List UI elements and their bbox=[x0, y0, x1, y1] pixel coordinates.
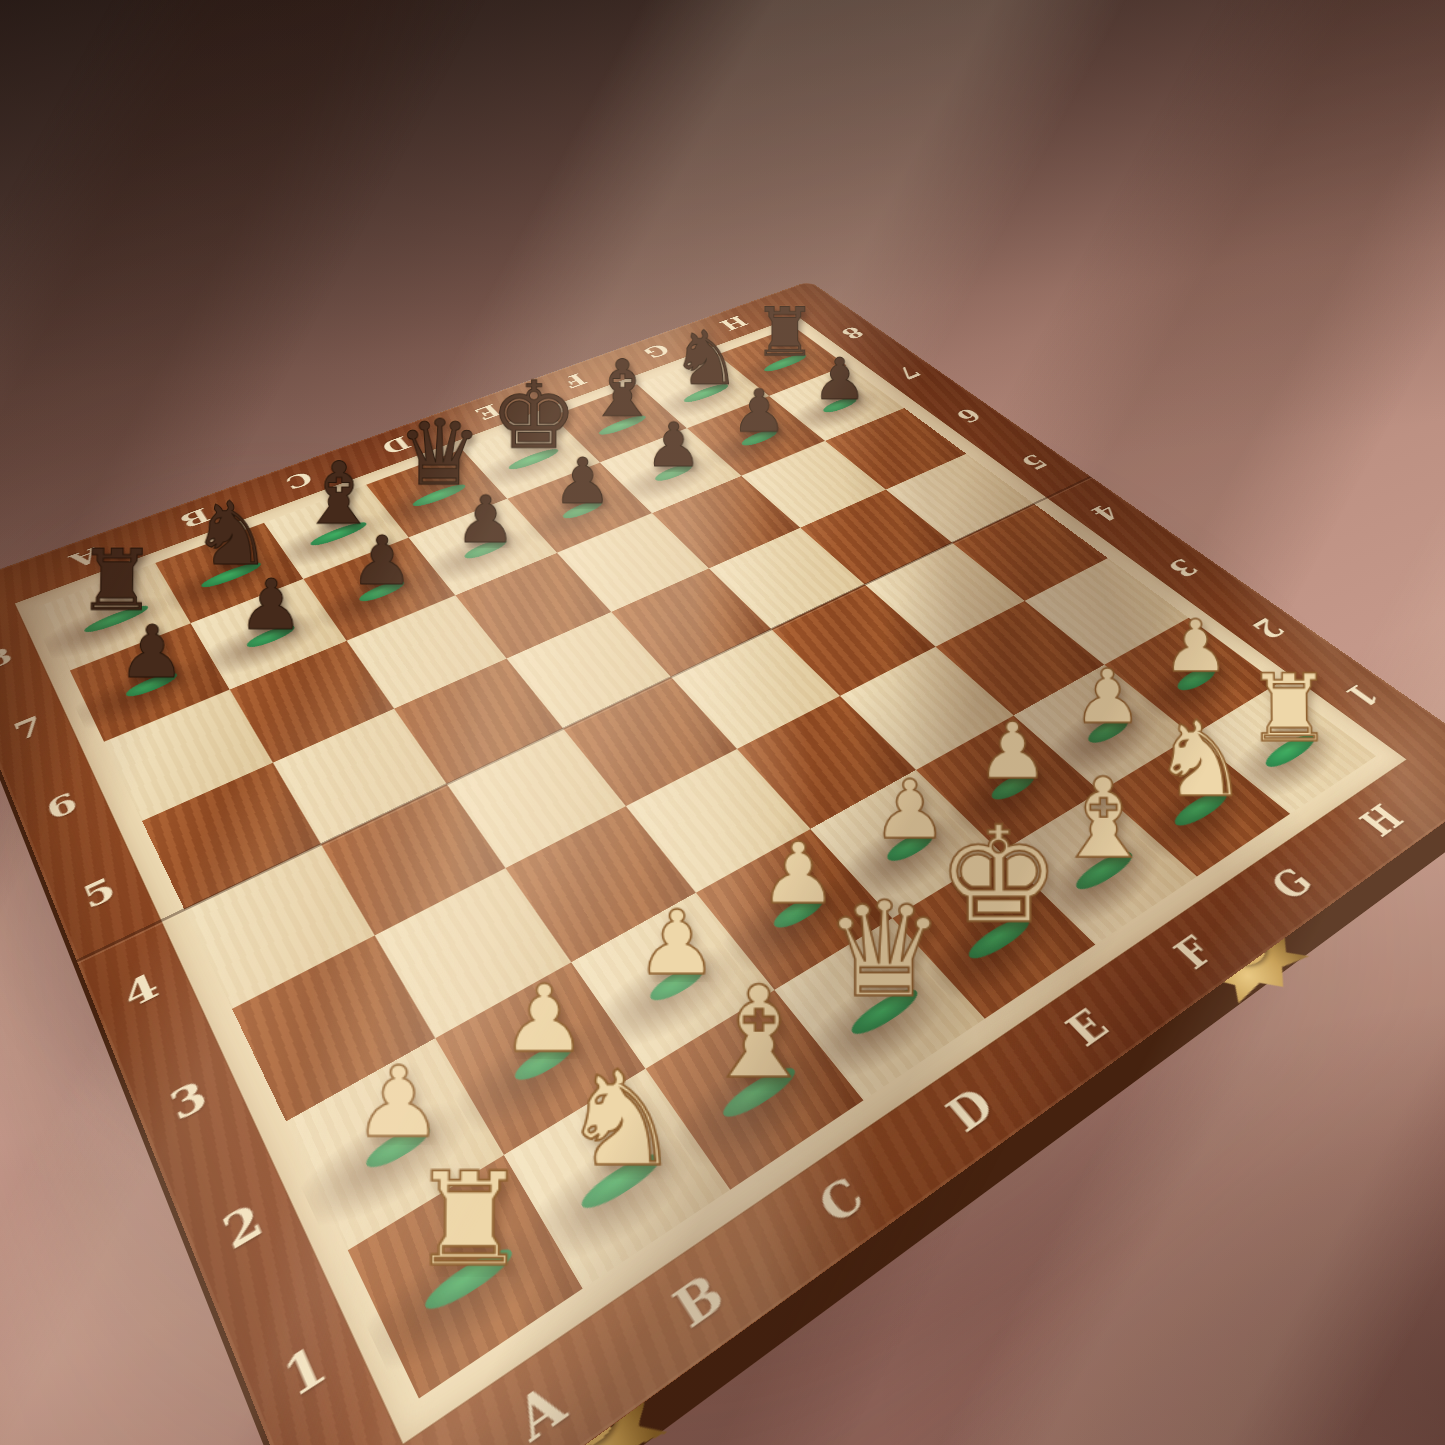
piece-glyph: ♜ bbox=[752, 298, 816, 366]
rank-label-4: 4 bbox=[1046, 476, 1165, 551]
file-labels-far: ABCDEFGH bbox=[18, 299, 785, 596]
square-g4[interactable] bbox=[864, 542, 1024, 646]
piece-glyph: ♟ bbox=[237, 569, 304, 639]
square-h4[interactable] bbox=[952, 503, 1108, 600]
piece-shadow bbox=[193, 598, 339, 684]
square-g8[interactable]: ♞ bbox=[637, 354, 769, 428]
felt-base bbox=[198, 559, 263, 591]
file-label-a: A bbox=[18, 522, 150, 596]
piece-glyph: ♞ bbox=[189, 490, 273, 577]
file-label-f: F bbox=[519, 354, 629, 408]
square-f7[interactable]: ♟ bbox=[600, 428, 741, 513]
piece-glyph: ♟ bbox=[1161, 610, 1229, 682]
piece-glyph: ♟ bbox=[349, 527, 413, 594]
square-b8[interactable]: ♞ bbox=[155, 522, 303, 622]
rank-label-7: 7 bbox=[858, 344, 958, 402]
felt-base bbox=[738, 427, 781, 448]
square-g5[interactable] bbox=[800, 489, 952, 584]
felt-base bbox=[595, 412, 649, 437]
square-h6[interactable] bbox=[825, 408, 966, 490]
felt-base bbox=[819, 395, 860, 415]
square-g6[interactable] bbox=[741, 440, 886, 527]
square-g7[interactable]: ♟ bbox=[687, 396, 825, 476]
piece-shadow bbox=[560, 398, 679, 459]
felt-base bbox=[559, 497, 605, 521]
piece-glyph: ♚ bbox=[936, 808, 1061, 941]
piece-glyph: ♟ bbox=[454, 487, 516, 552]
square-f8[interactable]: ♝ bbox=[552, 384, 687, 462]
piece-shadow bbox=[727, 339, 838, 393]
piece-glyph: ♝ bbox=[1051, 763, 1155, 874]
felt-base bbox=[651, 461, 695, 483]
square-c7[interactable]: ♟ bbox=[303, 537, 455, 640]
piece-shadow bbox=[646, 368, 761, 425]
piece-glyph: ♟ bbox=[117, 615, 186, 688]
square-e7[interactable]: ♟ bbox=[507, 462, 652, 552]
rank-label-8: 8 bbox=[805, 306, 900, 360]
rank-label-8: 8 bbox=[0, 613, 49, 707]
felt-base bbox=[243, 621, 296, 650]
felt-base bbox=[680, 381, 731, 404]
piece-glyph: ♞ bbox=[1150, 707, 1248, 811]
square-h5[interactable] bbox=[885, 453, 1033, 542]
felt-base bbox=[461, 536, 510, 561]
felt-base bbox=[356, 577, 407, 604]
piece-glyph: ♜ bbox=[1244, 661, 1333, 754]
piece-glyph: ♝ bbox=[699, 969, 818, 1096]
piece-shadow bbox=[267, 502, 401, 575]
chess-board: ♜♞♝♛♚♝♞♜♟♟♟♟♟♟♟♟♟♟♟♟♟♟♟♟♜♞♝♛♚♝♞♜ 8765432… bbox=[0, 281, 1445, 1445]
piece-glyph: ♛ bbox=[822, 884, 945, 1016]
piece-shadow bbox=[609, 443, 733, 509]
square-e6[interactable] bbox=[557, 513, 709, 612]
piece-glyph: ♛ bbox=[396, 407, 482, 498]
felt-base bbox=[307, 519, 369, 549]
piece-shadow bbox=[468, 431, 592, 496]
board-squares: ♜♞♝♛♚♝♞♜♟♟♟♟♟♟♟♟♟♟♟♟♟♟♟♟♜♞♝♛♚♝♞♜ bbox=[38, 326, 1375, 1398]
photo-stage: ♜♞♝♛♚♝♞♜♟♟♟♟♟♟♟♟♟♟♟♟♟♟♟♟♜♞♝♛♚♝♞♜ 8765432… bbox=[0, 0, 1445, 1445]
rank-label-3: 3 bbox=[1120, 528, 1246, 610]
piece-glyph: ♜ bbox=[408, 1154, 529, 1283]
felt-base bbox=[760, 351, 809, 373]
piece-glyph: ♝ bbox=[297, 450, 379, 536]
square-b7[interactable]: ♟ bbox=[190, 578, 346, 688]
square-e8[interactable]: ♚ bbox=[462, 415, 600, 498]
piece-glyph: ♟ bbox=[552, 449, 612, 512]
piece-glyph: ♟ bbox=[1072, 659, 1143, 734]
felt-base bbox=[505, 446, 561, 472]
felt-base bbox=[409, 481, 468, 509]
square-d5[interactable] bbox=[506, 611, 670, 728]
square-f4[interactable] bbox=[771, 584, 935, 695]
piece-shadow bbox=[515, 478, 644, 548]
file-label-b: B bbox=[131, 484, 258, 553]
square-f5[interactable] bbox=[708, 527, 864, 628]
square-d7[interactable]: ♟ bbox=[408, 498, 556, 594]
rank-label-5: 5 bbox=[978, 428, 1090, 497]
file-label-c: C bbox=[237, 448, 359, 513]
scene-3d: ♜♞♝♛♚♝♞♜♟♟♟♟♟♟♟♟♟♟♟♟♟♟♟♟♜♞♝♛♚♝♞♜ 8765432… bbox=[0, 0, 1445, 1445]
piece-shadow bbox=[371, 465, 499, 534]
piece-glyph: ♟ bbox=[812, 350, 866, 407]
piece-glyph: ♝ bbox=[585, 349, 660, 427]
piece-shadow bbox=[697, 410, 816, 472]
maple-inner-border: ♜♞♝♛♚♝♞♜♟♟♟♟♟♟♟♟♟♟♟♟♟♟♟♟♜♞♝♛♚♝♞♜ bbox=[14, 316, 1405, 1443]
piece-glyph: ♟ bbox=[644, 414, 702, 475]
square-c8[interactable]: ♝ bbox=[264, 484, 409, 578]
piece-shadow bbox=[157, 540, 296, 618]
file-label-e: E bbox=[431, 383, 545, 441]
square-e5[interactable] bbox=[611, 568, 771, 677]
square-d8[interactable]: ♛ bbox=[366, 449, 507, 537]
square-d6[interactable] bbox=[455, 552, 611, 658]
piece-shadow bbox=[780, 379, 895, 438]
piece-glyph: ♞ bbox=[670, 321, 741, 396]
piece-shadow bbox=[307, 556, 446, 636]
rank-label-6: 6 bbox=[916, 384, 1022, 447]
piece-glyph: ♟ bbox=[731, 381, 787, 440]
square-h8[interactable]: ♜ bbox=[717, 326, 846, 396]
piece-shadow bbox=[414, 516, 548, 591]
file-label-d: D bbox=[337, 415, 455, 476]
square-h7[interactable]: ♟ bbox=[769, 365, 904, 440]
piece-glyph: ♚ bbox=[489, 369, 577, 462]
piece-glyph: ♞ bbox=[559, 1054, 681, 1185]
piece-glyph: ♟ bbox=[975, 711, 1048, 789]
file-label-g: G bbox=[603, 326, 710, 377]
file-label-h: H bbox=[682, 299, 785, 348]
square-f6[interactable] bbox=[652, 475, 800, 568]
piece-glyph: ♟ bbox=[352, 1052, 444, 1150]
